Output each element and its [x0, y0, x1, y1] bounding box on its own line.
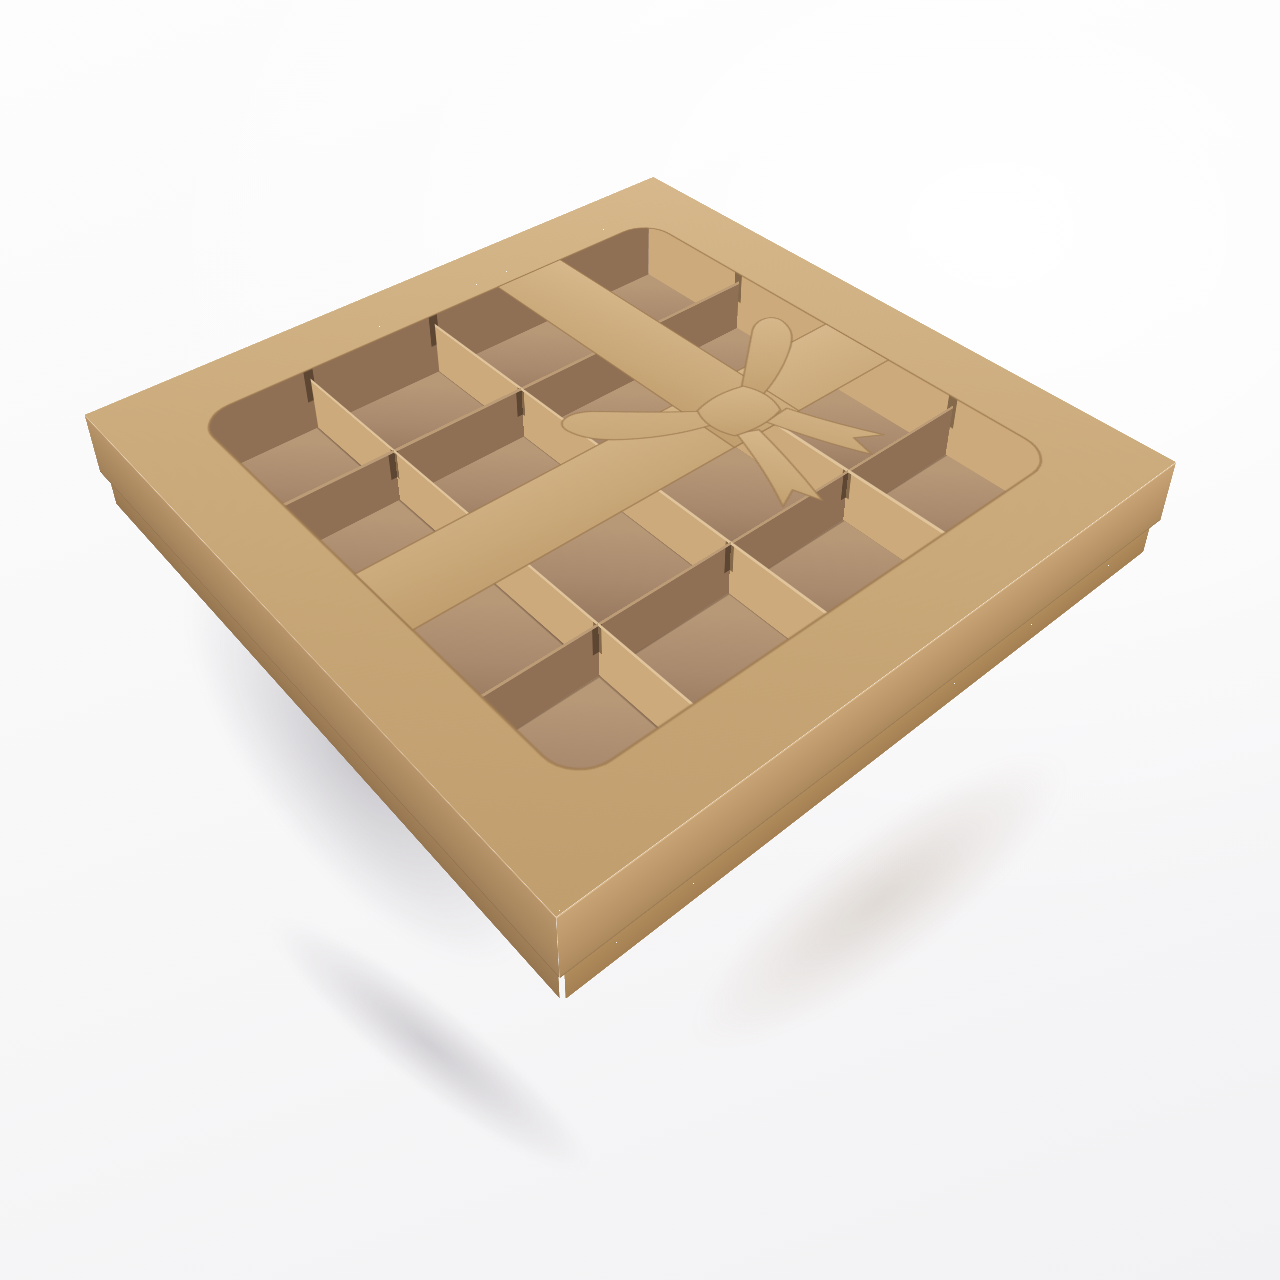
lid-top	[84, 177, 1176, 917]
product-photo	[0, 0, 1280, 1280]
perspective-scene	[0, 0, 1280, 1280]
candy-box	[108, 254, 1152, 1010]
lid-top-face	[84, 177, 1176, 917]
